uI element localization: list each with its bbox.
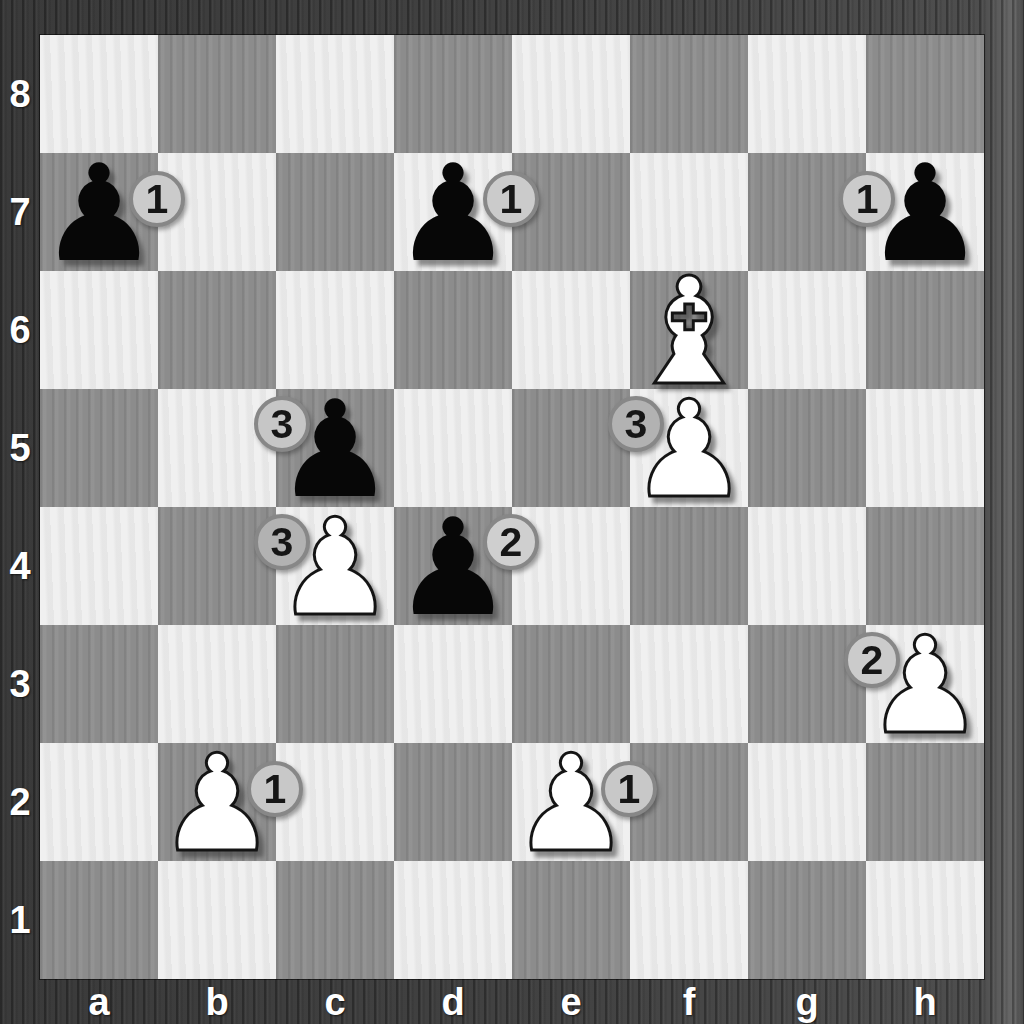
square-d1[interactable]: [394, 861, 512, 979]
square-e5[interactable]: [512, 389, 630, 507]
rank-label-5: 5: [0, 389, 40, 507]
square-g4[interactable]: [748, 507, 866, 625]
square-d7[interactable]: 1♟: [394, 153, 512, 271]
square-a5[interactable]: [40, 389, 158, 507]
square-g3[interactable]: [748, 625, 866, 743]
black-pawn-d7[interactable]: ♟: [394, 153, 512, 271]
file-label-f: f: [630, 979, 748, 1024]
white-pawn-b2[interactable]: ♟: [158, 743, 276, 861]
square-b4[interactable]: [158, 507, 276, 625]
square-f8[interactable]: [630, 35, 748, 153]
square-b8[interactable]: [158, 35, 276, 153]
square-c8[interactable]: [276, 35, 394, 153]
square-g5[interactable]: [748, 389, 866, 507]
square-h7[interactable]: 1♟: [866, 153, 984, 271]
rank-label-1: 1: [0, 861, 40, 979]
rank-label-3: 3: [0, 625, 40, 743]
square-g2[interactable]: [748, 743, 866, 861]
square-f3[interactable]: [630, 625, 748, 743]
square-a4[interactable]: [40, 507, 158, 625]
chess-board: 1♟1♟1♟♝3♟3♟3♟2♟2♟1♟1♟: [40, 35, 984, 979]
square-h1[interactable]: [866, 861, 984, 979]
square-e6[interactable]: [512, 271, 630, 389]
white-pawn-e2[interactable]: ♟: [512, 743, 630, 861]
file-label-a: a: [40, 979, 158, 1024]
piece-glyph: ♟: [629, 391, 749, 509]
file-labels: abcdefgh: [40, 979, 984, 1024]
piece-glyph: ♟: [275, 509, 395, 627]
square-h5[interactable]: [866, 389, 984, 507]
rank-label-8: 8: [0, 35, 40, 153]
square-a2[interactable]: [40, 743, 158, 861]
file-label-b: b: [158, 979, 276, 1024]
square-d4[interactable]: 2♟: [394, 507, 512, 625]
piece-glyph: ♟: [157, 745, 277, 863]
rank-label-6: 6: [0, 271, 40, 389]
square-b2[interactable]: 1♟: [158, 743, 276, 861]
chess-diagram: 87654321 1♟1♟1♟♝3♟3♟3♟2♟2♟1♟1♟ abcdefgh: [0, 0, 1024, 1024]
square-a3[interactable]: [40, 625, 158, 743]
piece-glyph: ♟: [39, 155, 159, 273]
file-label-d: d: [394, 979, 512, 1024]
white-pawn-h3[interactable]: ♟: [866, 625, 984, 743]
black-pawn-h7[interactable]: ♟: [866, 153, 984, 271]
square-e8[interactable]: [512, 35, 630, 153]
file-label-e: e: [512, 979, 630, 1024]
square-f1[interactable]: [630, 861, 748, 979]
square-h3[interactable]: 2♟: [866, 625, 984, 743]
square-b5[interactable]: [158, 389, 276, 507]
file-label-g: g: [748, 979, 866, 1024]
file-label-c: c: [276, 979, 394, 1024]
square-e2[interactable]: 1♟: [512, 743, 630, 861]
piece-glyph: ♟: [511, 745, 631, 863]
piece-glyph: ♟: [393, 509, 513, 627]
rank-label-4: 4: [0, 507, 40, 625]
square-a1[interactable]: [40, 861, 158, 979]
square-g1[interactable]: [748, 861, 866, 979]
piece-glyph: ♟: [865, 627, 985, 745]
square-f5[interactable]: 3♟: [630, 389, 748, 507]
rank-label-7: 7: [0, 153, 40, 271]
rank-label-2: 2: [0, 743, 40, 861]
square-c7[interactable]: [276, 153, 394, 271]
square-g8[interactable]: [748, 35, 866, 153]
square-b6[interactable]: [158, 271, 276, 389]
square-c1[interactable]: [276, 861, 394, 979]
square-c4[interactable]: 3♟: [276, 507, 394, 625]
square-d2[interactable]: [394, 743, 512, 861]
rank-labels: 87654321: [0, 35, 40, 979]
square-a7[interactable]: 1♟: [40, 153, 158, 271]
square-g6[interactable]: [748, 271, 866, 389]
piece-glyph: ♟: [393, 155, 513, 273]
piece-glyph: ♟: [865, 155, 985, 273]
file-label-h: h: [866, 979, 984, 1024]
black-pawn-a7[interactable]: ♟: [40, 153, 158, 271]
white-pawn-f5[interactable]: ♟: [630, 389, 748, 507]
white-pawn-c4[interactable]: ♟: [276, 507, 394, 625]
black-pawn-d4[interactable]: ♟: [394, 507, 512, 625]
